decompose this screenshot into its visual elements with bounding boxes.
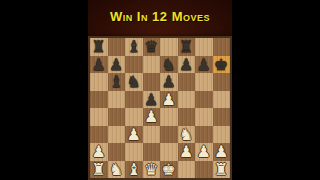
square-c6[interactable]: ♞ <box>125 73 143 91</box>
square-h5[interactable] <box>213 91 231 109</box>
piece-black-pawn-icon: ♟ <box>197 56 211 74</box>
piece-black-pawn-icon: ♟ <box>144 91 158 109</box>
square-d5[interactable]: ♟ <box>143 91 161 109</box>
square-a7[interactable]: ♟ <box>90 56 108 74</box>
square-h8[interactable] <box>213 38 231 56</box>
piece-white-knight-icon: ♞ <box>179 126 193 144</box>
square-c8[interactable]: ♝ <box>125 38 143 56</box>
square-g3[interactable] <box>195 126 213 144</box>
piece-white-pawn-icon: ♟ <box>179 143 193 161</box>
video-frame: Win In 12 Moves ♜♝♛♜♟♟♞♟♟♚♝♞♟♟♟♟♟♞♟♟♟♟♜♞… <box>0 0 320 180</box>
square-b2[interactable] <box>108 143 126 161</box>
square-c7[interactable] <box>125 56 143 74</box>
square-f3[interactable]: ♞ <box>178 126 196 144</box>
square-f6[interactable] <box>178 73 196 91</box>
piece-black-rook-icon: ♜ <box>179 38 193 56</box>
piece-black-knight-icon: ♞ <box>127 73 141 91</box>
square-g1[interactable] <box>195 161 213 179</box>
square-a8[interactable]: ♜ <box>90 38 108 56</box>
square-h2[interactable]: ♟ <box>213 143 231 161</box>
square-g5[interactable] <box>195 91 213 109</box>
square-a6[interactable] <box>90 73 108 91</box>
square-h7[interactable]: ♚ <box>213 56 231 74</box>
square-f7[interactable]: ♟ <box>178 56 196 74</box>
square-h3[interactable] <box>213 126 231 144</box>
piece-white-king-icon: ♚ <box>162 161 176 179</box>
square-b8[interactable] <box>108 38 126 56</box>
square-g8[interactable] <box>195 38 213 56</box>
chess-board: ♜♝♛♜♟♟♞♟♟♚♝♞♟♟♟♟♟♞♟♟♟♟♜♞♝♛♚♜ <box>90 38 230 178</box>
video-stage: Win In 12 Moves ♜♝♛♜♟♟♞♟♟♚♝♞♟♟♟♟♟♞♟♟♟♟♜♞… <box>88 0 232 180</box>
square-a3[interactable] <box>90 126 108 144</box>
square-c2[interactable] <box>125 143 143 161</box>
square-f8[interactable]: ♜ <box>178 38 196 56</box>
square-b1[interactable]: ♞ <box>108 161 126 179</box>
square-h1[interactable]: ♜ <box>213 161 231 179</box>
square-e6[interactable]: ♟ <box>160 73 178 91</box>
square-e7[interactable]: ♞ <box>160 56 178 74</box>
square-f1[interactable] <box>178 161 196 179</box>
square-f4[interactable] <box>178 108 196 126</box>
piece-white-pawn-icon: ♟ <box>197 143 211 161</box>
piece-black-bishop-icon: ♝ <box>127 38 141 56</box>
piece-white-pawn-icon: ♟ <box>162 91 176 109</box>
square-d6[interactable] <box>143 73 161 91</box>
square-h6[interactable] <box>213 73 231 91</box>
square-c1[interactable]: ♝ <box>125 161 143 179</box>
square-b5[interactable] <box>108 91 126 109</box>
piece-black-rook-icon: ♜ <box>92 38 106 56</box>
piece-white-pawn-icon: ♟ <box>214 143 228 161</box>
piece-black-knight-icon: ♞ <box>162 56 176 74</box>
square-b7[interactable]: ♟ <box>108 56 126 74</box>
board-frame: ♜♝♛♜♟♟♞♟♟♚♝♞♟♟♟♟♟♞♟♟♟♟♜♞♝♛♚♜ <box>88 36 232 180</box>
piece-white-queen-icon: ♛ <box>144 161 158 179</box>
piece-white-rook-icon: ♜ <box>214 161 228 179</box>
square-b6[interactable]: ♝ <box>108 73 126 91</box>
square-f2[interactable]: ♟ <box>178 143 196 161</box>
square-c4[interactable] <box>125 108 143 126</box>
square-a1[interactable]: ♜ <box>90 161 108 179</box>
square-g4[interactable] <box>195 108 213 126</box>
square-a5[interactable] <box>90 91 108 109</box>
square-e1[interactable]: ♚ <box>160 161 178 179</box>
square-e5[interactable]: ♟ <box>160 91 178 109</box>
square-f5[interactable] <box>178 91 196 109</box>
piece-white-pawn-icon: ♟ <box>144 108 158 126</box>
pillarbox-right <box>232 0 320 180</box>
square-e4[interactable] <box>160 108 178 126</box>
square-b3[interactable] <box>108 126 126 144</box>
puzzle-title: Win In 12 Moves <box>88 9 232 24</box>
square-c3[interactable]: ♟ <box>125 126 143 144</box>
square-g7[interactable]: ♟ <box>195 56 213 74</box>
piece-black-pawn-icon: ♟ <box>162 73 176 91</box>
square-d2[interactable] <box>143 143 161 161</box>
square-e3[interactable] <box>160 126 178 144</box>
pillarbox-left <box>0 0 88 180</box>
square-g2[interactable]: ♟ <box>195 143 213 161</box>
piece-black-bishop-icon: ♝ <box>109 73 123 91</box>
piece-white-rook-icon: ♜ <box>92 161 106 179</box>
square-d8[interactable]: ♛ <box>143 38 161 56</box>
square-e8[interactable] <box>160 38 178 56</box>
square-h4[interactable] <box>213 108 231 126</box>
square-b4[interactable] <box>108 108 126 126</box>
square-c5[interactable] <box>125 91 143 109</box>
piece-black-king-icon: ♚ <box>214 56 228 74</box>
piece-white-knight-icon: ♞ <box>109 161 123 179</box>
piece-white-bishop-icon: ♝ <box>127 161 141 179</box>
piece-white-pawn-icon: ♟ <box>92 143 106 161</box>
piece-black-queen-icon: ♛ <box>144 38 158 56</box>
piece-black-pawn-icon: ♟ <box>179 56 193 74</box>
square-e2[interactable] <box>160 143 178 161</box>
square-a2[interactable]: ♟ <box>90 143 108 161</box>
piece-white-pawn-icon: ♟ <box>127 126 141 144</box>
square-d7[interactable] <box>143 56 161 74</box>
square-d4[interactable]: ♟ <box>143 108 161 126</box>
square-d1[interactable]: ♛ <box>143 161 161 179</box>
piece-black-pawn-icon: ♟ <box>109 56 123 74</box>
square-d3[interactable] <box>143 126 161 144</box>
square-g6[interactable] <box>195 73 213 91</box>
square-a4[interactable] <box>90 108 108 126</box>
piece-black-pawn-icon: ♟ <box>92 56 106 74</box>
